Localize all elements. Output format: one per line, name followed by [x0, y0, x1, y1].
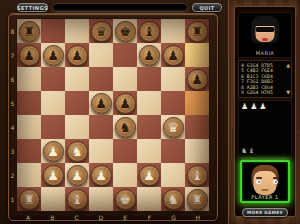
square-e4[interactable]: ♞: [113, 115, 137, 139]
piece-black-pawn-e5[interactable]: ♟: [115, 93, 136, 114]
rank-label-4: 4: [9, 115, 16, 139]
black-pawn-icon: ♟: [47, 49, 59, 62]
file-label-b: B: [40, 213, 64, 222]
player-name: PLAYER 1: [242, 194, 288, 200]
square-b7[interactable]: ♟: [41, 43, 65, 67]
opponent-lips: [262, 38, 268, 41]
square-b3[interactable]: ♟: [41, 139, 65, 163]
square-e1[interactable]: ♚: [113, 187, 137, 211]
white-king-icon: ♚: [119, 193, 131, 206]
opponent-bangs: [255, 20, 276, 26]
settings-button[interactable]: SETTINGS: [17, 3, 48, 12]
more-games-button[interactable]: MORE GAMES: [242, 208, 288, 217]
black-pawn-icon: ♟: [95, 97, 107, 110]
square-d8[interactable]: ♛: [89, 19, 113, 43]
white-knight-icon: ♞: [167, 193, 179, 206]
square-f3[interactable]: [137, 139, 161, 163]
black-pawn-icon: ♟: [119, 97, 131, 110]
square-b4[interactable]: [41, 115, 65, 139]
rank-label-2: 2: [9, 163, 16, 187]
square-d5[interactable]: ♟: [89, 91, 113, 115]
square-g5[interactable]: [161, 91, 185, 115]
square-h5[interactable]: [185, 91, 209, 115]
white-pawn-icon: ♟: [71, 169, 83, 182]
piece-white-pawn-f2[interactable]: ♟: [139, 165, 160, 186]
white-pawn-icon: ♟: [47, 145, 59, 158]
square-h2[interactable]: ♝: [185, 163, 209, 187]
white-queen-icon: ♛: [167, 121, 179, 134]
square-b1[interactable]: [41, 187, 65, 211]
player-mouth: [262, 189, 269, 191]
white-bishop-icon: ♝: [71, 193, 83, 206]
player-avatar-active: PLAYER 1: [240, 160, 290, 203]
square-c2[interactable]: ♟: [65, 163, 89, 187]
piece-black-rook-a8[interactable]: ♜: [19, 21, 40, 42]
black-pawn-icon: ♟: [191, 73, 203, 86]
piece-white-king-e1[interactable]: ♚: [115, 189, 136, 210]
square-h7[interactable]: [185, 43, 209, 67]
square-d7[interactable]: [89, 43, 113, 67]
square-h8[interactable]: ♜: [185, 19, 209, 43]
piece-black-pawn-g7[interactable]: ♟: [163, 45, 184, 66]
piece-black-pawn-f7[interactable]: ♟: [139, 45, 160, 66]
square-f8[interactable]: ♝: [137, 19, 161, 43]
piece-black-king-e8[interactable]: ♚: [115, 21, 136, 42]
square-h4[interactable]: [185, 115, 209, 139]
white-pawn-icon: ♟: [143, 169, 155, 182]
rank-label-7: 7: [9, 43, 16, 67]
white-knight-icon: ♞: [71, 145, 83, 158]
square-g6[interactable]: [161, 67, 185, 91]
file-label-e: E: [113, 213, 137, 222]
piece-white-knight-g1[interactable]: ♞: [163, 189, 184, 210]
white-pawn-icon: ♟: [95, 169, 107, 182]
move-list: ▲ ▼ 4 G1G4 D7D55 C4B3 F6E46 B1C3 C6D47 F…: [238, 60, 292, 98]
square-c4[interactable]: [65, 115, 89, 139]
captured-pieces-tray: ♟♟♟ ♞♝: [238, 100, 292, 158]
captured-by-player: ♞♝: [241, 147, 255, 155]
square-b2[interactable]: ♟: [41, 163, 65, 187]
square-e5[interactable]: ♟: [113, 91, 137, 115]
file-label-a: A: [16, 213, 40, 222]
square-g8[interactable]: [161, 19, 185, 43]
square-g4[interactable]: ♛: [161, 115, 185, 139]
rank-label-6: 6: [9, 67, 16, 91]
square-d1[interactable]: [89, 187, 113, 211]
square-e7[interactable]: [113, 43, 137, 67]
piece-black-pawn-b7[interactable]: ♟: [43, 45, 64, 66]
quit-button[interactable]: QUIT: [192, 3, 222, 12]
piece-white-bishop-c1[interactable]: ♝: [67, 189, 88, 210]
square-e8[interactable]: ♚: [113, 19, 137, 43]
square-f5[interactable]: [137, 91, 161, 115]
square-f2[interactable]: ♟: [137, 163, 161, 187]
board-squares: ♜♛♚♝♜♟♟♟♟♟♟♟♟♞♛♟♞♟♟♟♟♝♜♝♚♞♜: [16, 18, 210, 212]
square-h6[interactable]: ♟: [185, 67, 209, 91]
black-king-icon: ♚: [119, 25, 131, 38]
square-g2[interactable]: [161, 163, 185, 187]
square-g7[interactable]: ♟: [161, 43, 185, 67]
piece-black-pawn-c7[interactable]: ♟: [67, 45, 88, 66]
square-g1[interactable]: ♞: [161, 187, 185, 211]
piece-white-pawn-d2[interactable]: ♟: [91, 165, 112, 186]
file-label-d: D: [89, 213, 113, 222]
square-h3[interactable]: [185, 139, 209, 163]
square-a7[interactable]: ♟: [17, 43, 41, 67]
black-queen-icon: ♛: [95, 25, 107, 38]
white-rook-icon: ♜: [23, 193, 35, 206]
piece-white-pawn-b2[interactable]: ♟: [43, 165, 64, 186]
scroll-up-icon[interactable]: ▲: [286, 63, 290, 68]
black-pawn-icon: ♟: [143, 49, 155, 62]
captured-white-pawn-icon: ♟: [241, 102, 248, 111]
black-pawn-icon: ♟: [71, 49, 83, 62]
square-h1[interactable]: ♜: [185, 187, 209, 211]
file-label-c: C: [65, 213, 89, 222]
square-f1[interactable]: [137, 187, 161, 211]
square-g3[interactable]: [161, 139, 185, 163]
piece-black-pawn-a7[interactable]: ♟: [19, 45, 40, 66]
white-bishop-icon: ♝: [191, 169, 203, 182]
rank-label-3: 3: [9, 139, 16, 163]
file-label-f: F: [137, 213, 161, 222]
board-frame: 87654321 ♜♛♚♝♜♟♟♟♟♟♟♟♟♞♛♟♞♟♟♟♟♝♜♝♚♞♜ ABC…: [8, 13, 218, 221]
square-c1[interactable]: ♝: [65, 187, 89, 211]
piece-white-bishop-h2[interactable]: ♝: [187, 165, 208, 186]
rank-label-5: 5: [9, 91, 16, 115]
square-b5[interactable]: [41, 91, 65, 115]
square-a2[interactable]: [17, 163, 41, 187]
black-pawn-icon: ♟: [23, 49, 35, 62]
black-rook-icon: ♜: [23, 25, 35, 38]
opponent-avatar-image: [239, 14, 291, 48]
square-e3[interactable]: [113, 139, 137, 163]
player-brow: [256, 177, 262, 179]
file-label-g: G: [162, 213, 186, 222]
square-c6[interactable]: [65, 67, 89, 91]
captured-black-bishop-icon: ♝: [248, 147, 254, 155]
piece-black-queen-d8[interactable]: ♛: [91, 21, 112, 42]
opponent-name: MARIA: [239, 50, 291, 56]
piece-white-rook-a1[interactable]: ♜: [19, 189, 40, 210]
piece-black-bishop-f8[interactable]: ♝: [139, 21, 160, 42]
piece-white-rook-h1[interactable]: ♜: [187, 189, 208, 210]
square-f6[interactable]: [137, 67, 161, 91]
piece-black-knight-e4[interactable]: ♞: [115, 117, 136, 138]
square-f4[interactable]: [137, 115, 161, 139]
file-labels: ABCDEFGH: [16, 213, 210, 222]
rank-labels: 87654321: [9, 19, 16, 211]
square-b8[interactable]: [41, 19, 65, 43]
black-bishop-icon: ♝: [143, 25, 155, 38]
square-a6[interactable]: [17, 67, 41, 91]
piece-white-pawn-c2[interactable]: ♟: [67, 165, 88, 186]
rank-label-1: 1: [9, 187, 16, 211]
piece-white-queen-g4[interactable]: ♛: [163, 117, 184, 138]
square-a4[interactable]: [17, 115, 41, 139]
player-avatar-image: [242, 163, 288, 197]
captured-white-pawn-icon: ♟: [250, 102, 257, 111]
square-c5[interactable]: [65, 91, 89, 115]
opponent-avatar: MARIA: [238, 12, 292, 58]
square-a3[interactable]: [17, 139, 41, 163]
square-d3[interactable]: [89, 139, 113, 163]
piece-black-rook-h8[interactable]: ♜: [187, 21, 208, 42]
square-f7[interactable]: ♟: [137, 43, 161, 67]
black-rook-icon: ♜: [191, 25, 203, 38]
square-e6[interactable]: [113, 67, 137, 91]
sidebar: MARIA ▲ ▼ 4 G1G4 D7D55 C4B3 F6E46 B1C3 C…: [228, 0, 300, 224]
scroll-down-icon[interactable]: ▼: [286, 90, 290, 95]
piece-black-pawn-d5[interactable]: ♟: [91, 93, 112, 114]
square-c8[interactable]: [65, 19, 89, 43]
player-brow: [273, 177, 279, 179]
rank-label-8: 8: [9, 19, 16, 43]
player-eye: [273, 180, 278, 184]
sidebar-panel: MARIA ▲ ▼ 4 G1G4 D7D55 C4B3 F6E46 B1C3 C…: [234, 6, 296, 217]
piece-white-knight-c3[interactable]: ♞: [67, 141, 88, 162]
square-a5[interactable]: [17, 91, 41, 115]
piece-white-pawn-b3[interactable]: ♟: [43, 141, 64, 162]
captured-white-pawn-icon: ♟: [259, 102, 266, 111]
square-d2[interactable]: ♟: [89, 163, 113, 187]
move-row: 9 G2G4 H7H5: [241, 90, 284, 95]
square-b6[interactable]: [41, 67, 65, 91]
piece-black-pawn-h6[interactable]: ♟: [187, 69, 208, 90]
captured-by-opponent: ♟♟♟: [241, 102, 267, 111]
file-label-h: H: [186, 213, 210, 222]
white-rook-icon: ♜: [191, 193, 203, 206]
sunglasses-icon: [256, 27, 275, 32]
square-a8[interactable]: ♜: [17, 19, 41, 43]
square-c7[interactable]: ♟: [65, 43, 89, 67]
square-a1[interactable]: ♜: [17, 187, 41, 211]
white-pawn-icon: ♟: [47, 169, 59, 182]
square-e2[interactable]: [113, 163, 137, 187]
black-knight-icon: ♞: [119, 121, 131, 134]
status-slot: [52, 3, 188, 12]
square-c3[interactable]: ♞: [65, 139, 89, 163]
square-d4[interactable]: [89, 115, 113, 139]
black-pawn-icon: ♟: [167, 49, 179, 62]
captured-black-knight-icon: ♞: [241, 147, 247, 155]
chess-app-window: SETTINGS QUIT 87654321 ♜♛♚♝♜♟♟♟♟♟♟♟♟♞♛♟♞…: [0, 0, 300, 224]
square-d6[interactable]: [89, 67, 113, 91]
player-eye: [256, 180, 261, 184]
